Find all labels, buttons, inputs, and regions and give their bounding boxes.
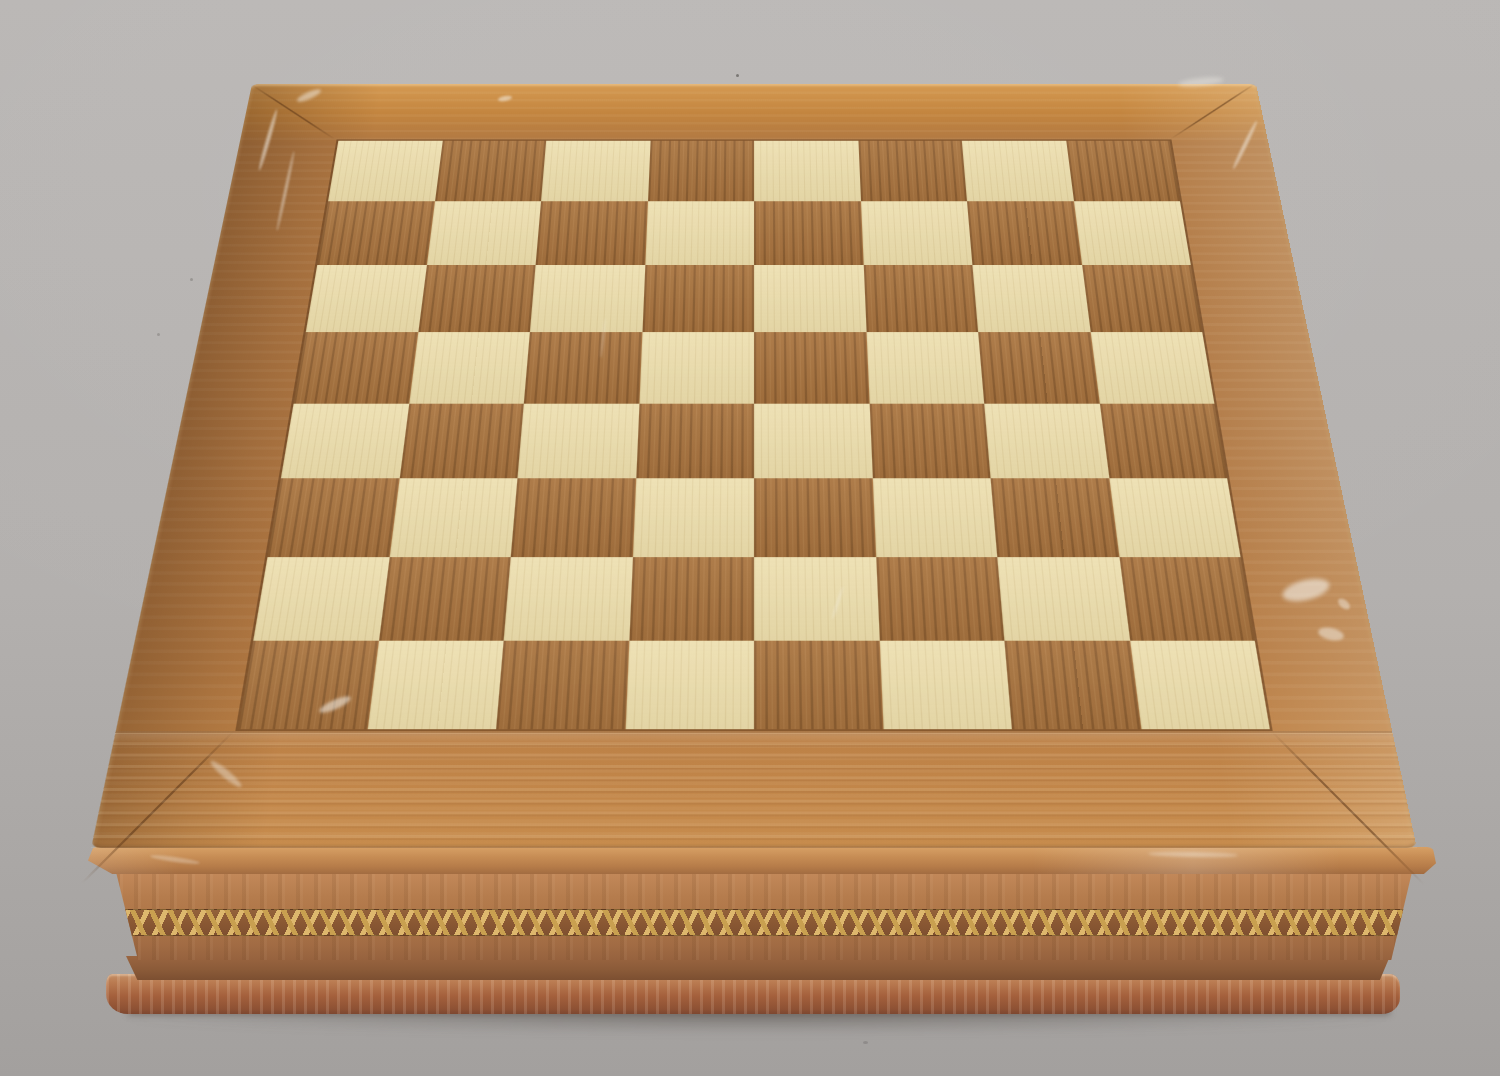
square-f2: [876, 557, 1005, 641]
background-speck: [157, 333, 160, 336]
square-h1: [1130, 641, 1270, 730]
square-f6: [863, 265, 978, 332]
square-a8: [328, 141, 442, 202]
square-h8: [1066, 141, 1180, 202]
square-a4: [281, 403, 409, 478]
square-f4: [869, 403, 990, 478]
square-a6: [306, 265, 427, 332]
square-c6: [530, 265, 645, 332]
square-a3: [267, 478, 399, 557]
square-e1: [754, 641, 883, 730]
square-h5: [1090, 332, 1214, 403]
square-h6: [1082, 265, 1203, 332]
square-f8: [858, 141, 967, 202]
square-e8: [754, 141, 860, 202]
square-h7: [1073, 201, 1190, 265]
square-c5: [524, 332, 642, 403]
lid-top-surface: [91, 84, 1417, 848]
square-d1: [625, 641, 754, 730]
background-speck: [863, 1041, 868, 1044]
square-d3: [632, 478, 754, 557]
square-g4: [984, 403, 1109, 478]
square-c1: [496, 641, 629, 730]
square-b8: [435, 141, 547, 202]
square-b4: [399, 403, 524, 478]
square-g6: [972, 265, 1090, 332]
square-e6: [754, 265, 866, 332]
square-e5: [754, 332, 869, 403]
square-c2: [504, 557, 633, 641]
square-d4: [636, 403, 754, 478]
square-f1: [879, 641, 1012, 730]
square-d8: [648, 141, 754, 202]
square-g3: [991, 478, 1119, 557]
square-f7: [860, 201, 972, 265]
square-g2: [997, 557, 1129, 641]
square-e4: [754, 403, 872, 478]
marquetry-zigzag-band: [116, 909, 1412, 936]
square-d7: [645, 201, 754, 265]
square-c3: [511, 478, 636, 557]
square-b1: [367, 641, 504, 730]
background-speck: [736, 74, 739, 77]
square-a7: [317, 201, 434, 265]
box-side-panel: [116, 872, 1412, 960]
lid-front-edge: [88, 847, 1436, 874]
box-base-plinth: [106, 974, 1400, 1014]
square-e3: [754, 478, 876, 557]
square-f5: [866, 332, 984, 403]
frame-mitre-joint: [1170, 83, 1256, 139]
square-c8: [541, 141, 650, 202]
square-b6: [418, 265, 536, 332]
square-g7: [967, 201, 1082, 265]
square-f3: [872, 478, 997, 557]
square-e7: [754, 201, 863, 265]
square-g5: [978, 332, 1099, 403]
chess-board: [235, 139, 1272, 731]
photo-scene: [0, 0, 1500, 1076]
square-a1: [238, 641, 378, 730]
square-d2: [629, 557, 754, 641]
square-g1: [1004, 641, 1141, 730]
square-a5: [294, 332, 418, 403]
square-h3: [1109, 478, 1241, 557]
frame-front-rail-grain: [91, 731, 1417, 848]
square-e2: [754, 557, 879, 641]
square-b7: [426, 201, 541, 265]
square-b3: [389, 478, 517, 557]
square-c7: [536, 201, 648, 265]
square-h2: [1119, 557, 1255, 641]
background-speck: [190, 278, 193, 281]
square-g8: [962, 141, 1074, 202]
square-b2: [378, 557, 510, 641]
square-c4: [517, 403, 638, 478]
square-h4: [1099, 403, 1227, 478]
square-d6: [642, 265, 754, 332]
square-b5: [409, 332, 530, 403]
square-a2: [253, 557, 389, 641]
frame-mitre-joint: [250, 84, 336, 140]
square-d5: [639, 332, 754, 403]
